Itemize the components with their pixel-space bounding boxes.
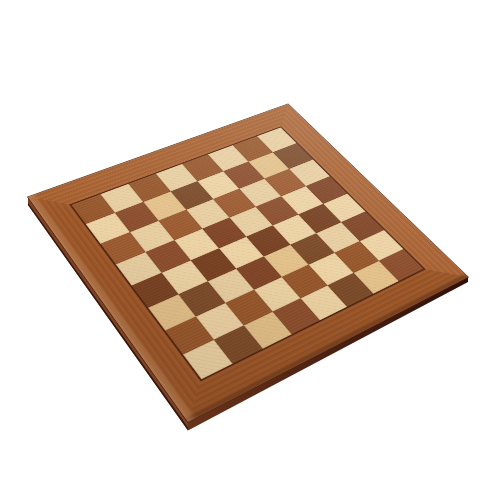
chess-board-photo [0, 0, 500, 500]
